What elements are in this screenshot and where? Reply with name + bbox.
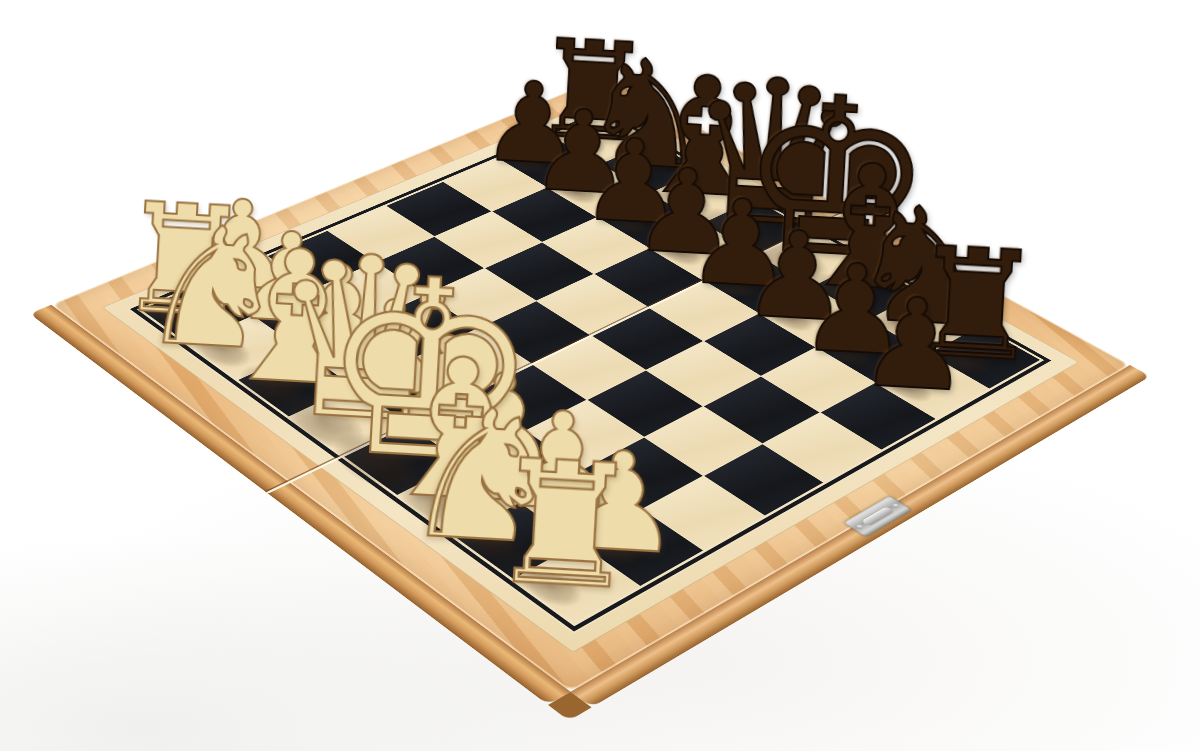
chess-set-photo: ♜♞♝♛♚♝♞♜♟♟♟♟♟♟♟♟♟♟♟♟♟♟♟♟♜♞♝♛♚♝♞♜ xyxy=(0,0,1200,751)
piece-white-rook-h1[interactable]: ♜ xyxy=(484,436,629,613)
piece-black-pawn-h7[interactable]: ♟ xyxy=(851,279,980,410)
scene: ♜♞♝♛♚♝♞♜♟♟♟♟♟♟♟♟♟♟♟♟♟♟♟♟♜♞♝♛♚♝♞♜ xyxy=(0,0,1200,751)
folding-chess-box: ♜♞♝♛♚♝♞♜♟♟♟♟♟♟♟♟♟♟♟♟♟♟♟♟♜♞♝♛♚♝♞♜ xyxy=(29,76,1150,721)
